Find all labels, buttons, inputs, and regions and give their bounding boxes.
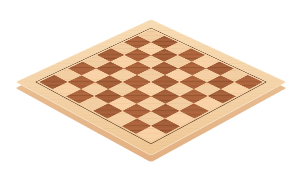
square-h7 <box>221 82 249 96</box>
square-h4 <box>180 103 209 118</box>
square-d3 <box>109 82 137 96</box>
board-frame <box>15 19 287 156</box>
square-c1 <box>66 89 94 103</box>
board-grid <box>39 30 262 142</box>
square-b1 <box>52 82 80 96</box>
square-g4 <box>165 96 194 111</box>
square-g3 <box>151 103 180 118</box>
square-d1 <box>79 96 108 111</box>
square-e4 <box>137 82 165 96</box>
square-h5 <box>194 96 223 111</box>
square-f4 <box>151 89 179 103</box>
square-g2 <box>136 111 165 126</box>
square-h3 <box>166 111 195 126</box>
square-f1 <box>107 111 136 126</box>
square-f3 <box>137 96 166 111</box>
square-f2 <box>122 103 151 118</box>
chess-board <box>15 19 287 156</box>
square-e3 <box>123 89 151 103</box>
board-scene <box>0 0 300 169</box>
square-h6 <box>208 89 236 103</box>
square-g6 <box>193 82 221 96</box>
square-h2 <box>151 118 180 133</box>
square-g1 <box>122 118 151 133</box>
square-d2 <box>94 89 122 103</box>
square-e1 <box>93 103 122 118</box>
square-g5 <box>179 89 207 103</box>
product-photo <box>0 0 300 169</box>
square-c2 <box>81 82 109 96</box>
square-h1 <box>136 126 166 142</box>
square-f5 <box>165 82 193 96</box>
square-e2 <box>108 96 137 111</box>
